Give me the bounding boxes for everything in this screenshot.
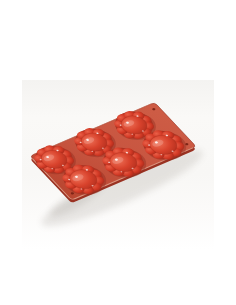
page: { "scene": { "description": "Product pho… [0, 0, 236, 305]
silicone-mold-illustration [22, 80, 214, 250]
product-photo [22, 80, 214, 250]
